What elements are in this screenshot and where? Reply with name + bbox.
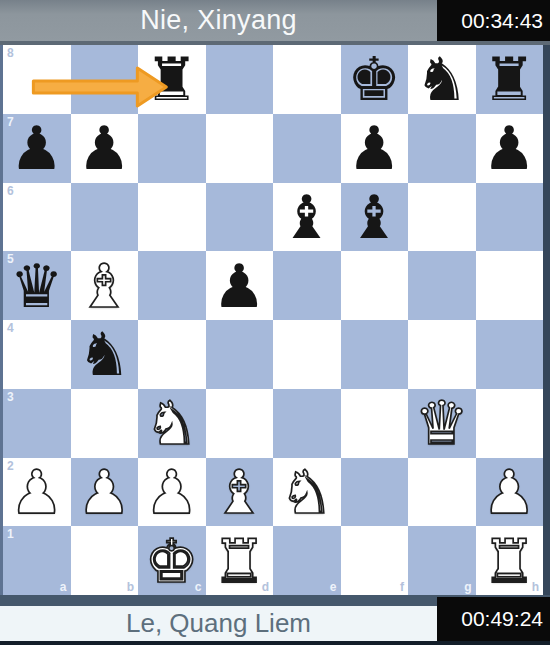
square-h1[interactable]: h♜ bbox=[476, 526, 544, 595]
square-e4[interactable] bbox=[273, 320, 341, 389]
square-f4[interactable] bbox=[341, 320, 409, 389]
rank-label-4: 4 bbox=[7, 322, 14, 334]
bottom-player-name: Le, Quang Liem bbox=[126, 608, 311, 639]
piece-white-p-h2[interactable]: ♟ bbox=[476, 458, 544, 527]
file-label-e: e bbox=[330, 581, 337, 593]
piece-white-q-g3[interactable]: ♛ bbox=[408, 389, 476, 458]
square-c3[interactable]: ♞ bbox=[138, 389, 206, 458]
square-a1[interactable]: 1a bbox=[3, 526, 71, 595]
square-e5[interactable] bbox=[273, 251, 341, 320]
piece-black-q-a5[interactable]: ♛ bbox=[3, 251, 71, 320]
square-b6[interactable] bbox=[71, 183, 139, 252]
square-h5[interactable] bbox=[476, 251, 544, 320]
rank-label-6: 6 bbox=[7, 185, 14, 197]
square-d1[interactable]: d♜ bbox=[206, 526, 274, 595]
square-e6[interactable]: ♝ bbox=[273, 183, 341, 252]
piece-black-p-b7[interactable]: ♟ bbox=[71, 114, 139, 183]
square-b1[interactable]: b bbox=[71, 526, 139, 595]
square-c6[interactable] bbox=[138, 183, 206, 252]
board-area: 8♜♚♞♜7♟♟♟♟6♝♝5♛♝♟4♞3♞♛2♟♟♟♝♞♟1abc♚d♜efgh… bbox=[0, 45, 550, 595]
square-b3[interactable] bbox=[71, 389, 139, 458]
square-a7[interactable]: 7♟ bbox=[3, 114, 71, 183]
file-label-f: f bbox=[400, 581, 404, 593]
square-b5[interactable]: ♝ bbox=[71, 251, 139, 320]
piece-white-r-h1[interactable]: ♜ bbox=[476, 526, 544, 595]
square-a3[interactable]: 3 bbox=[3, 389, 71, 458]
square-f8[interactable]: ♚ bbox=[341, 45, 409, 114]
square-a5[interactable]: 5♛ bbox=[3, 251, 71, 320]
square-c2[interactable]: ♟ bbox=[138, 458, 206, 527]
top-player-clock: 00:34:43 bbox=[437, 0, 550, 41]
game-window: Nie, Xinyang 00:34:43 8♜♚♞♜7♟♟♟♟6♝♝5♛♝♟4… bbox=[0, 0, 550, 645]
piece-white-b-b5[interactable]: ♝ bbox=[71, 251, 139, 320]
square-b7[interactable]: ♟ bbox=[71, 114, 139, 183]
square-c8[interactable]: ♜ bbox=[138, 45, 206, 114]
square-e7[interactable] bbox=[273, 114, 341, 183]
square-c4[interactable] bbox=[138, 320, 206, 389]
square-e8[interactable] bbox=[273, 45, 341, 114]
square-g3[interactable]: ♛ bbox=[408, 389, 476, 458]
piece-black-n-b4[interactable]: ♞ bbox=[71, 320, 139, 389]
square-a6[interactable]: 6 bbox=[3, 183, 71, 252]
square-g6[interactable] bbox=[408, 183, 476, 252]
bottom-player-name-area: Le, Quang Liem bbox=[0, 606, 437, 641]
piece-white-n-c3[interactable]: ♞ bbox=[138, 389, 206, 458]
square-c1[interactable]: c♚ bbox=[138, 526, 206, 595]
square-g4[interactable] bbox=[408, 320, 476, 389]
rank-label-3: 3 bbox=[7, 391, 14, 403]
file-label-g: g bbox=[464, 581, 471, 593]
piece-white-n-e2[interactable]: ♞ bbox=[273, 458, 341, 527]
square-f3[interactable] bbox=[341, 389, 409, 458]
square-f1[interactable]: f bbox=[341, 526, 409, 595]
square-e2[interactable]: ♞ bbox=[273, 458, 341, 527]
square-d2[interactable]: ♝ bbox=[206, 458, 274, 527]
board-rim-right bbox=[543, 45, 550, 595]
piece-white-p-c2[interactable]: ♟ bbox=[138, 458, 206, 527]
piece-black-p-a7[interactable]: ♟ bbox=[3, 114, 71, 183]
piece-black-p-d5[interactable]: ♟ bbox=[206, 251, 274, 320]
square-g2[interactable] bbox=[408, 458, 476, 527]
square-a4[interactable]: 4 bbox=[3, 320, 71, 389]
top-player-name: Nie, Xinyang bbox=[140, 5, 297, 36]
file-label-b: b bbox=[127, 581, 134, 593]
piece-black-b-e6[interactable]: ♝ bbox=[273, 183, 341, 252]
piece-black-n-g8[interactable]: ♞ bbox=[408, 45, 476, 114]
square-f7[interactable]: ♟ bbox=[341, 114, 409, 183]
piece-black-r-c8[interactable]: ♜ bbox=[138, 45, 206, 114]
square-h8[interactable]: ♜ bbox=[476, 45, 544, 114]
square-g5[interactable] bbox=[408, 251, 476, 320]
square-d8[interactable] bbox=[206, 45, 274, 114]
square-f2[interactable] bbox=[341, 458, 409, 527]
file-label-a: a bbox=[60, 581, 67, 593]
square-e3[interactable] bbox=[273, 389, 341, 458]
square-g8[interactable]: ♞ bbox=[408, 45, 476, 114]
piece-white-b-d2[interactable]: ♝ bbox=[206, 458, 274, 527]
square-h3[interactable] bbox=[476, 389, 544, 458]
top-player-name-area: Nie, Xinyang bbox=[0, 0, 437, 41]
square-f5[interactable] bbox=[341, 251, 409, 320]
square-a8[interactable]: 8 bbox=[3, 45, 71, 114]
square-c5[interactable] bbox=[138, 251, 206, 320]
square-h4[interactable] bbox=[476, 320, 544, 389]
piece-black-r-h8[interactable]: ♜ bbox=[476, 45, 544, 114]
square-d6[interactable] bbox=[206, 183, 274, 252]
piece-black-b-f6[interactable]: ♝ bbox=[341, 183, 409, 252]
square-h6[interactable] bbox=[476, 183, 544, 252]
chess-board: 8♜♚♞♜7♟♟♟♟6♝♝5♛♝♟4♞3♞♛2♟♟♟♝♞♟1abc♚d♜efgh… bbox=[3, 45, 543, 595]
square-g1[interactable]: g bbox=[408, 526, 476, 595]
square-b2[interactable]: ♟ bbox=[71, 458, 139, 527]
square-h7[interactable]: ♟ bbox=[476, 114, 544, 183]
square-a2[interactable]: 2♟ bbox=[3, 458, 71, 527]
square-b8[interactable] bbox=[71, 45, 139, 114]
bottom-bar-edge bbox=[0, 641, 550, 645]
piece-white-p-a2[interactable]: ♟ bbox=[3, 458, 71, 527]
square-d5[interactable]: ♟ bbox=[206, 251, 274, 320]
square-f6[interactable]: ♝ bbox=[341, 183, 409, 252]
piece-white-r-d1[interactable]: ♜ bbox=[206, 526, 274, 595]
square-b4[interactable]: ♞ bbox=[71, 320, 139, 389]
square-g7[interactable] bbox=[408, 114, 476, 183]
piece-white-p-b2[interactable]: ♟ bbox=[71, 458, 139, 527]
piece-black-p-h7[interactable]: ♟ bbox=[476, 114, 544, 183]
square-h2[interactable]: ♟ bbox=[476, 458, 544, 527]
square-d4[interactable] bbox=[206, 320, 274, 389]
piece-black-k-f8[interactable]: ♚ bbox=[341, 45, 409, 114]
bottom-player-clock: 00:49:24 bbox=[437, 597, 550, 641]
rank-label-8: 8 bbox=[7, 47, 14, 59]
square-c7[interactable] bbox=[138, 114, 206, 183]
piece-black-p-f7[interactable]: ♟ bbox=[341, 114, 409, 183]
piece-white-k-c1[interactable]: ♚ bbox=[138, 526, 206, 595]
square-d7[interactable] bbox=[206, 114, 274, 183]
rank-label-1: 1 bbox=[7, 528, 14, 540]
square-d3[interactable] bbox=[206, 389, 274, 458]
square-e1[interactable]: e bbox=[273, 526, 341, 595]
